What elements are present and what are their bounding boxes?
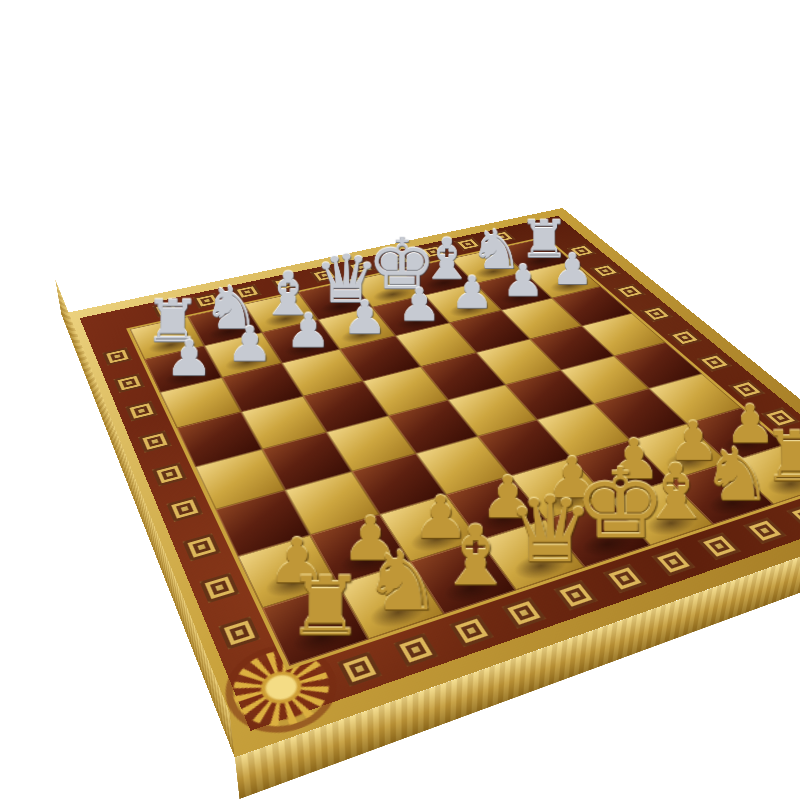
board-border: ♜♞♝♛♚♝♞♜♟♟♟♟♟♟♟♟♟♟♟♟♟♟♟♟♜♞♝♛♚♝♞♜ [80,216,800,731]
meander-key [603,564,648,594]
meander-key [138,430,172,452]
meander-key [337,651,382,687]
chess-board-3d: ♜♞♝♛♚♝♞♜♟♟♟♟♟♟♟♟♟♟♟♟♟♟♟♟♜♞♝♛♚♝♞♜ [61,208,800,757]
product-photo: ♜♞♝♛♚♝♞♜♟♟♟♟♟♟♟♟♟♟♟♟♟♟♟♟♜♞♝♛♚♝♞♜ [0,0,800,800]
meander-key [102,347,132,365]
meander-key [182,533,221,561]
piece-black-pawn[interactable]: ♟ [494,260,551,300]
meander-key [394,633,439,667]
piece-black-pawn[interactable]: ♟ [390,283,449,325]
meander-key [218,616,260,649]
meander-key [651,548,695,577]
meander-key [113,373,144,392]
meander-key [166,496,203,522]
piece-black-pawn[interactable]: ♟ [218,322,281,366]
piece-black-pawn[interactable]: ♟ [157,335,221,380]
board-top: ♜♞♝♛♚♝♞♜♟♟♟♟♟♟♟♟♟♟♟♟♟♟♟♟♜♞♝♛♚♝♞♜ [61,208,800,757]
piece-black-pawn[interactable]: ♟ [335,296,395,338]
meander-key [667,329,701,346]
meander-key [449,614,494,647]
piece-white-bishop[interactable]: ♝ [435,518,515,594]
meander-key [640,306,673,322]
meander-key [502,597,547,629]
scene: ♜♞♝♛♚♝♞♜♟♟♟♟♟♟♟♟♟♟♟♟♟♟♟♟♜♞♝♛♚♝♞♜ [0,0,800,800]
meander-key [614,284,646,299]
piece-white-rook[interactable]: ♜ [283,569,367,644]
meander-key [697,353,733,372]
meander-key [742,517,786,544]
meander-key [152,462,187,486]
piece-white-knight[interactable]: ♞ [361,543,443,619]
meander-key [553,580,598,611]
meander-key [125,401,158,422]
meander-key [786,503,800,529]
meander-key [697,532,741,560]
piece-black-pawn[interactable]: ♟ [443,272,501,313]
piece-black-pawn[interactable]: ♟ [544,249,601,289]
piece-black-pawn[interactable]: ♟ [277,309,338,352]
meander-key [200,573,240,604]
piece-white-queen[interactable]: ♛ [506,488,585,572]
